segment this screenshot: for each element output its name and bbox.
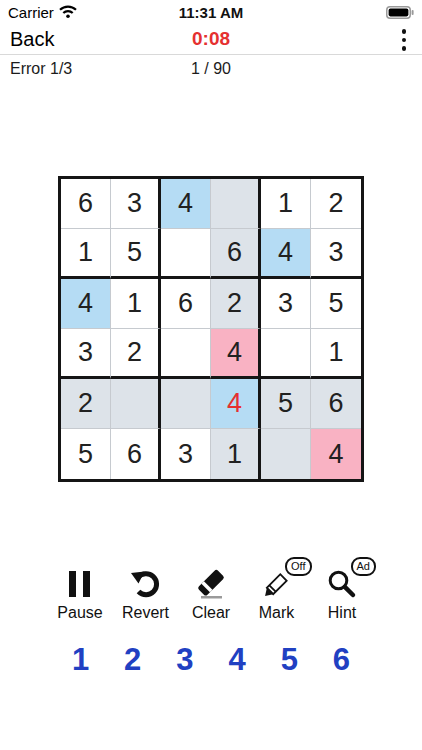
number-button-6[interactable]: 6 [319, 642, 364, 678]
cell-r5c2[interactable] [111, 379, 161, 429]
error-counter: Error 1/3 [10, 60, 72, 78]
app-screen: Carrier 11:31 AM Back 0:08 Error 1/3 1 /… [0, 0, 422, 678]
cell-r3c2[interactable]: 1 [111, 279, 161, 329]
pause-icon [66, 566, 94, 602]
cell-r2c2[interactable]: 5 [111, 229, 161, 279]
cell-r6c1[interactable]: 5 [61, 429, 111, 479]
cell-r5c3[interactable] [161, 379, 211, 429]
cell-r6c2[interactable]: 6 [111, 429, 161, 479]
cell-r2c4[interactable]: 6 [211, 229, 261, 279]
number-button-4[interactable]: 4 [215, 642, 260, 678]
cell-r6c6[interactable]: 4 [311, 429, 361, 479]
pencil-icon: Off [260, 566, 294, 602]
toolbar: Pause Revert Clear [48, 566, 374, 622]
cell-r1c3[interactable]: 4 [161, 179, 211, 229]
wifi-icon [59, 4, 77, 22]
hint-button[interactable]: Ad Hint [310, 566, 374, 622]
progress-label: 1 / 90 [191, 60, 231, 78]
cell-r4c4[interactable]: 4 [211, 329, 261, 379]
nav-bar: Back 0:08 [0, 24, 422, 55]
cell-r6c4[interactable]: 1 [211, 429, 261, 479]
cell-r3c6[interactable]: 5 [311, 279, 361, 329]
cell-r3c1[interactable]: 4 [61, 279, 111, 329]
info-bar: Error 1/3 1 / 90 [0, 55, 422, 82]
cell-r5c4[interactable]: 4 [211, 379, 261, 429]
number-button-3[interactable]: 3 [162, 642, 207, 678]
pause-label: Pause [57, 604, 102, 622]
number-button-1[interactable]: 1 [58, 642, 103, 678]
cell-r1c5[interactable]: 1 [261, 179, 311, 229]
cell-r5c5[interactable]: 5 [261, 379, 311, 429]
clock-label: 11:31 AM [179, 4, 243, 21]
hint-ad-badge: Ad [351, 557, 376, 576]
timer-label: 0:08 [192, 28, 230, 50]
kebab-menu-icon[interactable] [400, 27, 409, 53]
cell-r4c3[interactable] [161, 329, 211, 379]
mark-label: Mark [259, 604, 295, 622]
cell-r3c5[interactable]: 3 [261, 279, 311, 329]
status-bar: Carrier 11:31 AM [0, 0, 422, 24]
pause-button[interactable]: Pause [48, 566, 112, 622]
cell-r2c5[interactable]: 4 [261, 229, 311, 279]
revert-label: Revert [122, 604, 169, 622]
magnifier-icon: Ad [326, 566, 358, 602]
cell-r2c6[interactable]: 3 [311, 229, 361, 279]
cell-r1c2[interactable]: 3 [111, 179, 161, 229]
back-button[interactable]: Back [10, 28, 54, 51]
revert-button[interactable]: Revert [114, 566, 178, 622]
cell-r1c6[interactable]: 2 [311, 179, 361, 229]
sudoku-board: 63412156434162353241245656314 [58, 176, 364, 482]
cell-r4c6[interactable]: 1 [311, 329, 361, 379]
mark-off-badge: Off [285, 557, 311, 576]
clear-button[interactable]: Clear [179, 566, 243, 622]
cell-r1c4[interactable] [211, 179, 261, 229]
cell-r4c5[interactable] [261, 329, 311, 379]
mark-button[interactable]: Off Mark [245, 566, 309, 622]
cell-r6c5[interactable] [261, 429, 311, 479]
cell-r3c3[interactable]: 6 [161, 279, 211, 329]
cell-r5c1[interactable]: 2 [61, 379, 111, 429]
number-button-5[interactable]: 5 [267, 642, 312, 678]
eraser-icon [193, 566, 229, 602]
revert-arrow-icon [129, 566, 163, 602]
cell-r4c2[interactable]: 2 [111, 329, 161, 379]
clear-label: Clear [192, 604, 230, 622]
cell-r5c6[interactable]: 6 [311, 379, 361, 429]
cell-r1c1[interactable]: 6 [61, 179, 111, 229]
number-pad: 123456 [58, 642, 364, 678]
cell-r2c1[interactable]: 1 [61, 229, 111, 279]
number-button-2[interactable]: 2 [110, 642, 155, 678]
cell-r4c1[interactable]: 3 [61, 329, 111, 379]
cell-r3c4[interactable]: 2 [211, 279, 261, 329]
cell-r2c3[interactable] [161, 229, 211, 279]
carrier-label: Carrier [8, 4, 54, 21]
battery-icon [386, 5, 414, 23]
hint-label: Hint [328, 604, 356, 622]
cell-r6c3[interactable]: 3 [161, 429, 211, 479]
